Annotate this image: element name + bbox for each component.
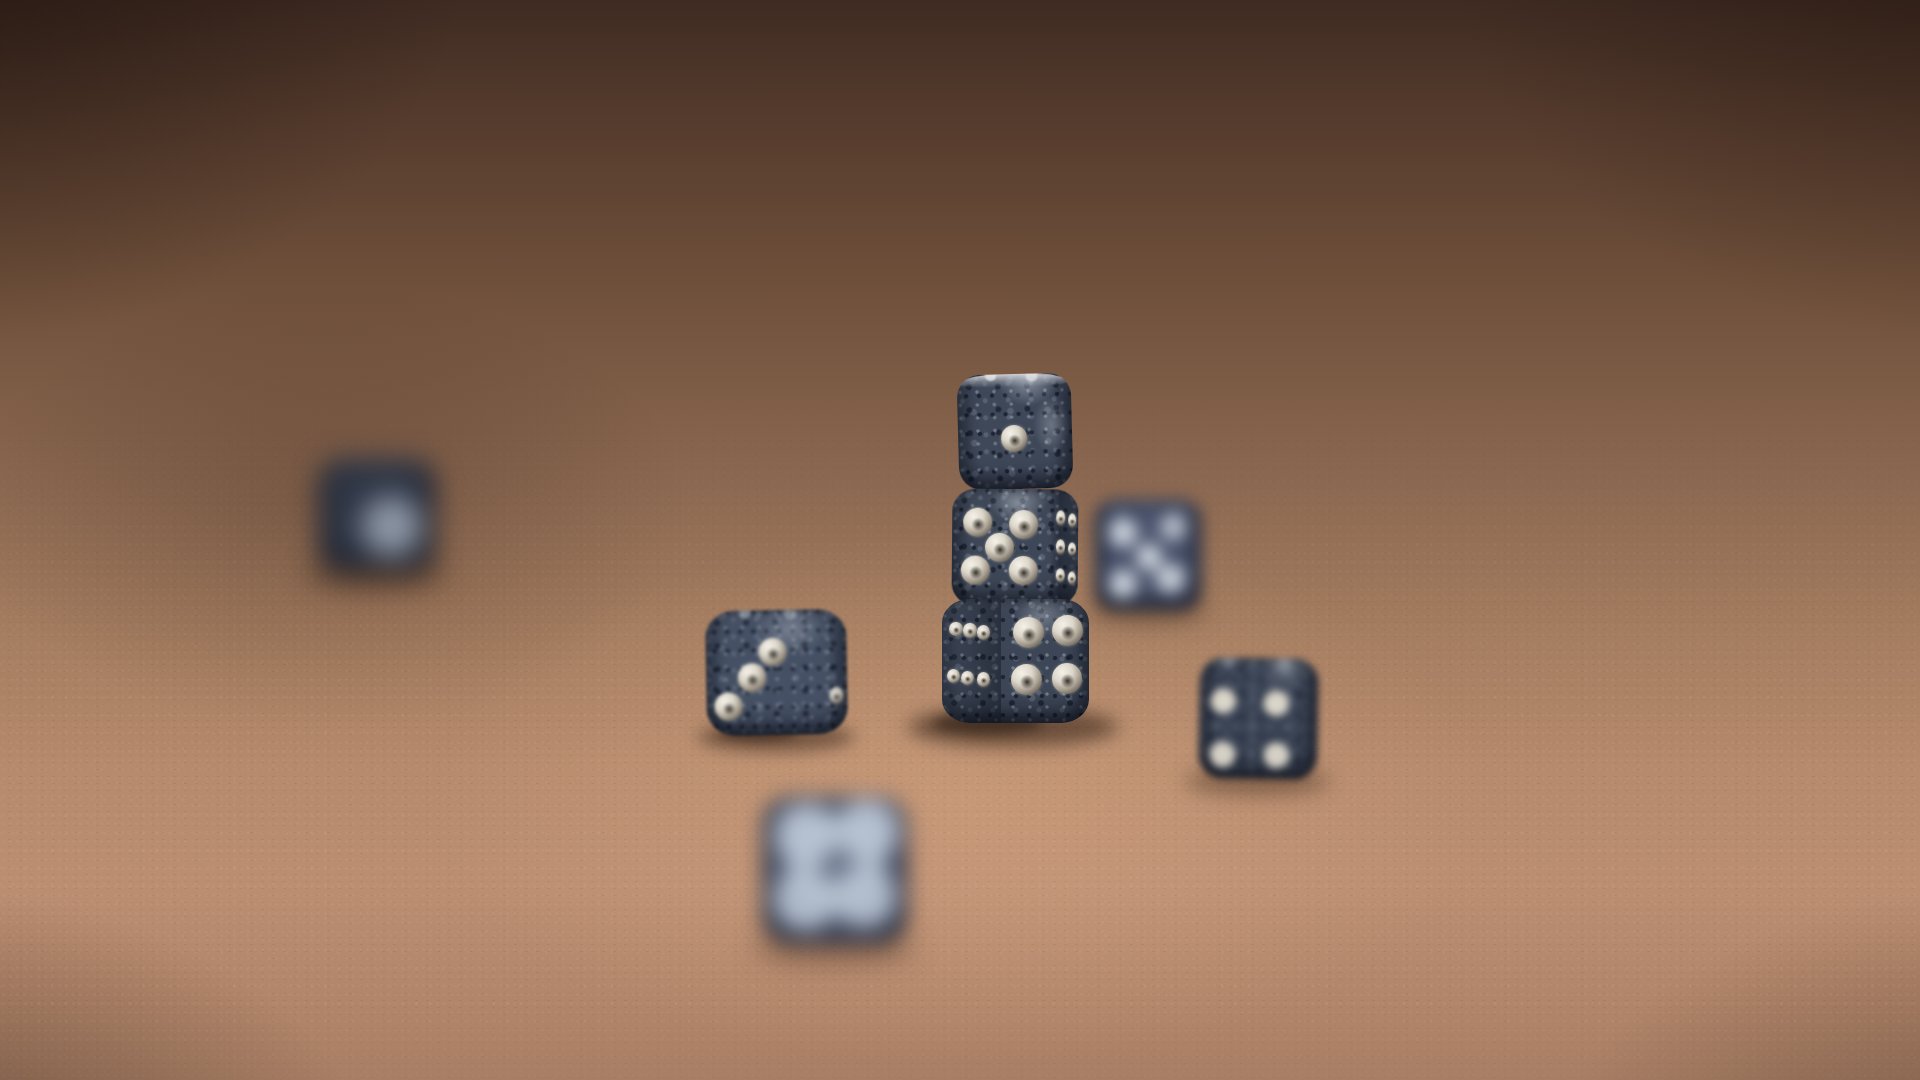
die-far-left-pip (356, 491, 427, 562)
die-right-low-pip (1275, 657, 1292, 672)
die-left-center (705, 609, 848, 736)
die-stack-bottom-pip (1011, 664, 1042, 695)
die-stack-middle (951, 488, 1078, 606)
die-stack-middle-pip (1056, 539, 1065, 554)
die-left-center-pip (782, 609, 796, 621)
die-right-of-stack-pip (1153, 561, 1188, 596)
die-left-center-pip (738, 664, 767, 693)
die-left-center-pip (714, 692, 743, 721)
die-stack-middle-pip (1009, 556, 1038, 585)
die-stack-bottom-side-face (942, 599, 1001, 723)
die-stack-bottom-pip (1052, 615, 1083, 646)
die-stack-bottom-pip (1052, 663, 1083, 694)
die-right-of-stack-pip (1157, 511, 1189, 543)
die-right-low-pip (1207, 739, 1237, 769)
die-right-of-stack-pip (1106, 567, 1141, 602)
die-stack-middle-pip (1009, 510, 1038, 539)
die-right-low-pip (1261, 740, 1291, 770)
die-stack-middle-pip (963, 508, 992, 537)
die-stack-bottom-pip (949, 622, 962, 636)
photo-scene (0, 0, 1920, 1080)
die-right-low-pip (1208, 686, 1238, 716)
die-right-of-stack-pip (1106, 515, 1141, 550)
die-far-left (318, 458, 436, 572)
die-bottom-center-pip (792, 820, 880, 908)
die-stack-middle-pip (985, 533, 1014, 562)
die-stack-top-pip (1001, 425, 1028, 452)
die-stack-middle-pip (961, 556, 990, 585)
die-right-low-pip (1220, 657, 1237, 668)
die-right-low-pip (1261, 688, 1291, 718)
die-right-of-stack (1094, 499, 1202, 611)
die-right-low (1198, 657, 1319, 780)
die-stack-bottom-pip (963, 623, 976, 637)
die-bottom-center (762, 796, 908, 944)
die-stack-middle-pip (1068, 514, 1076, 528)
die-stack-bottom-pip (1013, 617, 1044, 648)
die-stack-top (957, 373, 1074, 491)
die-left-center-pip (829, 687, 843, 704)
die-stack-bottom (942, 599, 1089, 723)
die-stack-top-glare (1025, 384, 1074, 466)
